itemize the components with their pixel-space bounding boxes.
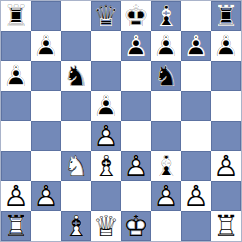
white-knight-piece[interactable]: ♞♘ <box>61 151 91 181</box>
square-b2[interactable]: ♟♙ <box>31 181 61 211</box>
black-pawn-piece[interactable]: ♟♙ <box>1 61 31 91</box>
square-h7[interactable]: ♟♙ <box>211 31 241 61</box>
square-f8[interactable]: ♝♗ <box>151 1 181 31</box>
piece-glyph-fill: ♝ <box>91 151 121 181</box>
piece-glyph-fill: ♛ <box>91 1 121 31</box>
square-f5[interactable] <box>151 91 181 121</box>
square-b4[interactable] <box>31 121 61 151</box>
piece-glyph-fill: ♟ <box>211 31 241 61</box>
chess-board: ♜♖♛♕♚♔♝♗♜♖♟♙♟♙♟♙♟♙♟♙♟♙♞♘♞♘♟♙♟♙♞♘♝♗♟♙♝♗♟♙… <box>0 0 242 242</box>
white-pawn-piece[interactable]: ♟♙ <box>121 151 151 181</box>
black-knight-piece[interactable]: ♞♘ <box>151 61 181 91</box>
square-a4[interactable] <box>1 121 31 151</box>
piece-glyph-outline: ♙ <box>181 31 211 61</box>
square-g6[interactable] <box>181 61 211 91</box>
white-king-piece[interactable]: ♚♔ <box>121 211 151 241</box>
square-b6[interactable] <box>31 61 61 91</box>
square-a3[interactable] <box>1 151 31 181</box>
piece-glyph-fill: ♟ <box>91 91 121 121</box>
white-bishop-piece[interactable]: ♝♗ <box>91 151 121 181</box>
piece-glyph-fill: ♟ <box>151 31 181 61</box>
piece-glyph-fill: ♟ <box>151 181 181 211</box>
black-bishop-piece[interactable]: ♝♗ <box>151 151 181 181</box>
square-e2[interactable] <box>121 181 151 211</box>
piece-glyph-outline: ♙ <box>1 61 31 91</box>
square-b3[interactable] <box>31 151 61 181</box>
piece-glyph-outline: ♙ <box>31 31 61 61</box>
square-b1[interactable] <box>31 211 61 241</box>
square-a5[interactable] <box>1 91 31 121</box>
square-h3[interactable]: ♟♙ <box>211 151 241 181</box>
piece-glyph-outline: ♗ <box>91 151 121 181</box>
white-pawn-piece[interactable]: ♟♙ <box>31 181 61 211</box>
piece-glyph-outline: ♔ <box>121 1 151 31</box>
black-queen-piece[interactable]: ♛♕ <box>91 1 121 31</box>
white-pawn-piece[interactable]: ♟♙ <box>211 151 241 181</box>
piece-glyph-fill: ♟ <box>31 181 61 211</box>
square-f6[interactable]: ♞♘ <box>151 61 181 91</box>
square-b5[interactable] <box>31 91 61 121</box>
piece-glyph-outline: ♕ <box>91 211 121 241</box>
piece-glyph-fill: ♜ <box>211 211 241 241</box>
white-rook-piece[interactable]: ♜♖ <box>1 211 31 241</box>
square-h1[interactable]: ♜♖ <box>211 211 241 241</box>
piece-glyph-fill: ♟ <box>1 61 31 91</box>
square-c7[interactable] <box>61 31 91 61</box>
piece-glyph-outline: ♔ <box>121 211 151 241</box>
black-pawn-piece[interactable]: ♟♙ <box>151 31 181 61</box>
piece-glyph-fill: ♞ <box>61 151 91 181</box>
piece-glyph-fill: ♟ <box>31 31 61 61</box>
black-rook-piece[interactable]: ♜♖ <box>1 1 31 31</box>
black-knight-piece[interactable]: ♞♘ <box>61 61 91 91</box>
piece-glyph-outline: ♙ <box>181 181 211 211</box>
square-a2[interactable]: ♟♙ <box>1 181 31 211</box>
square-f3[interactable]: ♝♗ <box>151 151 181 181</box>
square-d4[interactable]: ♟♙ <box>91 121 121 151</box>
square-a8[interactable]: ♜♖ <box>1 1 31 31</box>
black-pawn-piece[interactable]: ♟♙ <box>181 31 211 61</box>
square-h4[interactable] <box>211 121 241 151</box>
piece-glyph-outline: ♙ <box>151 181 181 211</box>
white-pawn-piece[interactable]: ♟♙ <box>181 181 211 211</box>
black-pawn-piece[interactable]: ♟♙ <box>211 31 241 61</box>
square-f4[interactable] <box>151 121 181 151</box>
square-c3[interactable]: ♞♘ <box>61 151 91 181</box>
piece-glyph-outline: ♙ <box>211 31 241 61</box>
square-f1[interactable] <box>151 211 181 241</box>
piece-glyph-fill: ♚ <box>121 211 151 241</box>
piece-glyph-outline: ♗ <box>61 211 91 241</box>
square-a1[interactable]: ♜♖ <box>1 211 31 241</box>
piece-glyph-fill: ♝ <box>61 211 91 241</box>
square-d2[interactable] <box>91 181 121 211</box>
square-e6[interactable] <box>121 61 151 91</box>
square-d6[interactable] <box>91 61 121 91</box>
white-bishop-piece[interactable]: ♝♗ <box>61 211 91 241</box>
square-e5[interactable] <box>121 91 151 121</box>
piece-glyph-fill: ♟ <box>181 31 211 61</box>
piece-glyph-outline: ♙ <box>31 181 61 211</box>
white-rook-piece[interactable]: ♜♖ <box>211 211 241 241</box>
square-b8[interactable] <box>31 1 61 31</box>
piece-glyph-outline: ♖ <box>1 211 31 241</box>
square-e7[interactable]: ♟♙ <box>121 31 151 61</box>
piece-glyph-fill: ♟ <box>121 151 151 181</box>
piece-glyph-outline: ♘ <box>151 61 181 91</box>
square-c2[interactable] <box>61 181 91 211</box>
piece-glyph-fill: ♝ <box>151 151 181 181</box>
square-c6[interactable]: ♞♘ <box>61 61 91 91</box>
square-c1[interactable]: ♝♗ <box>61 211 91 241</box>
piece-glyph-outline: ♙ <box>91 91 121 121</box>
square-g1[interactable] <box>181 211 211 241</box>
piece-glyph-fill: ♝ <box>151 1 181 31</box>
piece-glyph-outline: ♙ <box>121 151 151 181</box>
square-g4[interactable] <box>181 121 211 151</box>
square-d1[interactable]: ♛♕ <box>91 211 121 241</box>
square-g5[interactable] <box>181 91 211 121</box>
square-e4[interactable] <box>121 121 151 151</box>
piece-glyph-outline: ♕ <box>91 1 121 31</box>
piece-glyph-fill: ♞ <box>61 61 91 91</box>
piece-glyph-fill: ♜ <box>211 1 241 31</box>
square-g2[interactable]: ♟♙ <box>181 181 211 211</box>
square-g7[interactable]: ♟♙ <box>181 31 211 61</box>
square-b7[interactable]: ♟♙ <box>31 31 61 61</box>
square-g3[interactable] <box>181 151 211 181</box>
piece-glyph-fill: ♟ <box>181 181 211 211</box>
piece-glyph-outline: ♗ <box>151 1 181 31</box>
piece-glyph-fill: ♟ <box>211 151 241 181</box>
piece-glyph-fill: ♟ <box>1 181 31 211</box>
square-a6[interactable]: ♟♙ <box>1 61 31 91</box>
piece-glyph-outline: ♙ <box>91 121 121 151</box>
white-queen-piece[interactable]: ♛♕ <box>91 211 121 241</box>
square-f7[interactable]: ♟♙ <box>151 31 181 61</box>
piece-glyph-outline: ♘ <box>61 61 91 91</box>
black-pawn-piece[interactable]: ♟♙ <box>31 31 61 61</box>
square-h6[interactable] <box>211 61 241 91</box>
piece-glyph-outline: ♙ <box>151 31 181 61</box>
piece-glyph-outline: ♖ <box>211 1 241 31</box>
square-e3[interactable]: ♟♙ <box>121 151 151 181</box>
black-pawn-piece[interactable]: ♟♙ <box>121 31 151 61</box>
piece-glyph-outline: ♖ <box>211 211 241 241</box>
piece-glyph-outline: ♖ <box>1 1 31 31</box>
square-a7[interactable] <box>1 31 31 61</box>
square-e8[interactable]: ♚♔ <box>121 1 151 31</box>
piece-glyph-fill: ♟ <box>91 121 121 151</box>
piece-glyph-outline: ♙ <box>211 151 241 181</box>
piece-glyph-fill: ♜ <box>1 211 31 241</box>
black-pawn-piece[interactable]: ♟♙ <box>91 91 121 121</box>
square-c8[interactable] <box>61 1 91 31</box>
square-d8[interactable]: ♛♕ <box>91 1 121 31</box>
square-d5[interactable]: ♟♙ <box>91 91 121 121</box>
piece-glyph-outline: ♙ <box>1 181 31 211</box>
piece-glyph-outline: ♘ <box>61 151 91 181</box>
square-g8[interactable] <box>181 1 211 31</box>
black-king-piece[interactable]: ♚♔ <box>121 1 151 31</box>
piece-glyph-fill: ♜ <box>1 1 31 31</box>
black-rook-piece[interactable]: ♜♖ <box>211 1 241 31</box>
square-h8[interactable]: ♜♖ <box>211 1 241 31</box>
square-c5[interactable] <box>61 91 91 121</box>
piece-glyph-fill: ♟ <box>121 31 151 61</box>
square-d3[interactable]: ♝♗ <box>91 151 121 181</box>
square-h5[interactable] <box>211 91 241 121</box>
piece-glyph-fill: ♛ <box>91 211 121 241</box>
square-h2[interactable] <box>211 181 241 211</box>
black-bishop-piece[interactable]: ♝♗ <box>151 1 181 31</box>
white-pawn-piece[interactable]: ♟♙ <box>151 181 181 211</box>
piece-glyph-outline: ♙ <box>121 31 151 61</box>
piece-glyph-fill: ♚ <box>121 1 151 31</box>
square-d7[interactable] <box>91 31 121 61</box>
square-f2[interactable]: ♟♙ <box>151 181 181 211</box>
piece-glyph-fill: ♞ <box>151 61 181 91</box>
square-e1[interactable]: ♚♔ <box>121 211 151 241</box>
white-pawn-piece[interactable]: ♟♙ <box>1 181 31 211</box>
white-pawn-piece[interactable]: ♟♙ <box>91 121 121 151</box>
square-c4[interactable] <box>61 121 91 151</box>
piece-glyph-outline: ♗ <box>151 151 181 181</box>
